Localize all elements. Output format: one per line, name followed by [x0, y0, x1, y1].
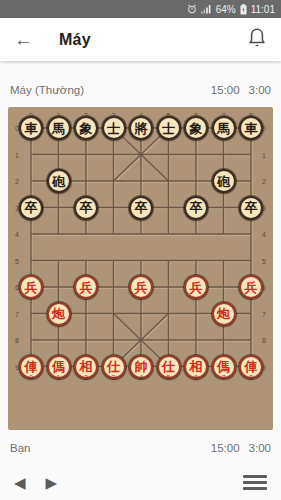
piece-red-p-6-6[interactable]: 兵	[184, 275, 208, 299]
app-screen: 64% 11:01 ← Máy Máy (Thường) 15:00 3:00 …	[0, 0, 281, 500]
piece-black-p-3-4[interactable]: 卒	[129, 196, 153, 220]
piece-red-c-7-7[interactable]: 炮	[212, 302, 236, 326]
piece-black-p-3-8[interactable]: 卒	[239, 196, 263, 220]
piece-black-r-0-0[interactable]: 車	[19, 116, 43, 140]
piece-black-c-2-7[interactable]: 砲	[212, 169, 236, 193]
board-row-label: 1	[262, 151, 266, 158]
board-col-label: 5	[167, 374, 171, 381]
piece-black-n-0-1[interactable]: 馬	[47, 116, 71, 140]
piece-black-k-0-4[interactable]: 將	[129, 116, 153, 140]
pieces-grid: 車馬象士將士象馬車砲砲卒卒卒卒卒兵兵兵兵兵炮炮俥傌相仕帥仕相傌俥	[17, 115, 265, 380]
board-col-label: 7	[222, 374, 226, 381]
board-row-label: 7	[15, 310, 19, 317]
board-row-label: 8	[15, 337, 19, 344]
board-area: 車馬象士將士象馬車砲砲卒卒卒卒卒兵兵兵兵兵炮炮俥傌相仕帥仕相傌俥 0011223…	[0, 107, 281, 430]
piece-red-c-7-1[interactable]: 炮	[47, 302, 71, 326]
board-col-label: 3	[112, 111, 116, 118]
back-arrow-icon[interactable]: ←	[14, 30, 33, 49]
status-bar: 64% 11:01	[0, 0, 281, 18]
board-row-label: 5	[262, 257, 266, 264]
board-col-label: 5	[167, 111, 171, 118]
board-col-label: 0	[29, 111, 33, 118]
board-row-label: 0	[262, 125, 266, 132]
piece-red-p-6-4[interactable]: 兵	[129, 275, 153, 299]
next-move-button[interactable]: ▶	[46, 475, 58, 490]
board-col-label: 0	[29, 374, 33, 381]
board-row-label: 4	[262, 231, 266, 238]
opponent-increment-clock: 3:00	[249, 84, 271, 96]
board-row-label: 9	[262, 363, 266, 370]
board-row-label: 9	[15, 363, 19, 370]
alarm-icon	[187, 4, 197, 14]
board-col-label: 1	[57, 111, 61, 118]
board-row-label: 4	[15, 231, 19, 238]
board-row-label: 0	[15, 125, 19, 132]
battery-percent: 64%	[216, 4, 236, 15]
board-col-label: 1	[57, 374, 61, 381]
battery-icon	[240, 4, 247, 15]
opponent-main-clock: 15:00	[211, 84, 240, 96]
board-row-label: 7	[262, 310, 266, 317]
board-col-label: 8	[249, 111, 253, 118]
piece-black-p-3-0[interactable]: 卒	[19, 196, 43, 220]
player-increment-clock: 3:00	[249, 442, 271, 454]
board-row-label: 2	[15, 178, 19, 185]
notification-bell-icon[interactable]	[247, 27, 267, 53]
board-col-label: 7	[222, 111, 226, 118]
piece-red-p-6-2[interactable]: 兵	[74, 275, 98, 299]
board-col-label: 2	[84, 111, 88, 118]
menu-button[interactable]	[243, 475, 267, 490]
player-row: Bạn 15:00 3:00	[0, 430, 281, 465]
xiangqi-board[interactable]: 車馬象士將士象馬車砲砲卒卒卒卒卒兵兵兵兵兵炮炮俥傌相仕帥仕相傌俥 0011223…	[8, 107, 273, 430]
board-col-label: 6	[194, 374, 198, 381]
page-title: Máy	[59, 31, 91, 49]
piece-black-p-3-6[interactable]: 卒	[184, 196, 208, 220]
board-row-label: 3	[262, 204, 266, 211]
board-row-label: 2	[262, 178, 266, 185]
board-col-label: 6	[194, 111, 198, 118]
piece-red-p-6-0[interactable]: 兵	[19, 275, 43, 299]
app-bar: ← Máy	[0, 18, 281, 61]
piece-black-a-0-5[interactable]: 士	[157, 116, 181, 140]
board-row-label: 6	[262, 284, 266, 291]
piece-black-r-0-8[interactable]: 車	[239, 116, 263, 140]
opponent-name: Máy (Thường)	[10, 84, 84, 96]
prev-move-button[interactable]: ◀	[14, 475, 26, 490]
piece-black-c-2-1[interactable]: 砲	[47, 169, 71, 193]
player-main-clock: 15:00	[211, 442, 240, 454]
status-time: 11:01	[251, 4, 275, 15]
signal-icon	[201, 4, 212, 14]
bottom-controls: ◀ ▶	[0, 465, 281, 500]
piece-black-b-0-6[interactable]: 象	[184, 116, 208, 140]
board-col-label: 8	[249, 374, 253, 381]
piece-black-n-0-7[interactable]: 馬	[212, 116, 236, 140]
piece-black-a-0-3[interactable]: 士	[102, 116, 126, 140]
board-row-label: 8	[262, 337, 266, 344]
player-name: Bạn	[10, 442, 30, 454]
board-col-label: 3	[112, 374, 116, 381]
board-row-label: 3	[15, 204, 19, 211]
board-col-label: 2	[84, 374, 88, 381]
piece-black-b-0-2[interactable]: 象	[74, 116, 98, 140]
board-row-label: 6	[15, 284, 19, 291]
board-row-label: 1	[15, 151, 19, 158]
opponent-row: Máy (Thường) 15:00 3:00	[0, 61, 281, 107]
board-col-label: 4	[139, 111, 143, 118]
board-row-label: 5	[15, 257, 19, 264]
board-col-label: 4	[139, 374, 143, 381]
piece-black-p-3-2[interactable]: 卒	[74, 196, 98, 220]
piece-red-p-6-8[interactable]: 兵	[239, 275, 263, 299]
